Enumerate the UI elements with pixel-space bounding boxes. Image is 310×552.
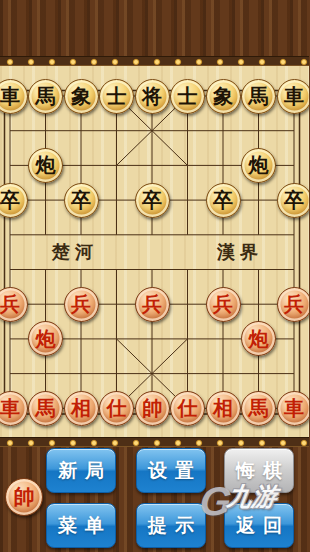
piece-black-r0c8[interactable]: 車 — [277, 79, 310, 114]
piece-red-r9c8[interactable]: 車 — [277, 391, 310, 426]
river-label-chu-he: 楚河 — [38, 238, 112, 266]
piece-black-r2c1[interactable]: 炮 — [28, 148, 63, 183]
piece-red-r9c4[interactable]: 帥 — [135, 391, 170, 426]
piece-black-r0c1[interactable]: 馬 — [28, 79, 63, 114]
piece-black-r3c6[interactable]: 卒 — [206, 183, 241, 218]
hint-button[interactable]: 提示 — [136, 503, 206, 548]
piece-red-r9c1[interactable]: 馬 — [28, 391, 63, 426]
piece-red-r9c7[interactable]: 馬 — [241, 391, 276, 426]
piece-red-r6c8[interactable]: 兵 — [277, 287, 310, 322]
xiangqi-app: { "game": "xiangqi (Chinese Chess)", "po… — [0, 0, 309, 552]
piece-black-r3c8[interactable]: 卒 — [277, 183, 310, 218]
stud-strip-bottom — [0, 437, 309, 447]
stud-strip-top — [0, 56, 309, 66]
piece-black-r0c6[interactable]: 象 — [206, 79, 241, 114]
piece-red-r6c4[interactable]: 兵 — [135, 287, 170, 322]
piece-black-r3c4[interactable]: 卒 — [135, 183, 170, 218]
piece-black-r0c4[interactable]: 将 — [135, 79, 170, 114]
piece-black-r0c5[interactable]: 士 — [170, 79, 205, 114]
piece-black-r0c7[interactable]: 馬 — [241, 79, 276, 114]
piece-black-r2c7[interactable]: 炮 — [241, 148, 276, 183]
piece-black-r0c0[interactable]: 車 — [0, 79, 28, 114]
piece-black-r3c0[interactable]: 卒 — [0, 183, 28, 218]
piece-red-r6c6[interactable]: 兵 — [206, 287, 241, 322]
back-button[interactable]: 返回 — [224, 503, 294, 548]
piece-red-r9c2[interactable]: 相 — [64, 391, 99, 426]
xiangqi-board[interactable]: 楚河 漢界 車馬象士将士象馬車炮炮卒卒卒卒卒兵兵兵兵兵炮炮車馬相仕帥仕相馬車 — [0, 66, 309, 437]
menu-button[interactable]: 菜单 — [46, 503, 116, 548]
piece-black-r0c3[interactable]: 士 — [99, 79, 134, 114]
settings-button[interactable]: 设置 — [136, 448, 206, 493]
turn-indicator-piece: 帥 — [5, 478, 43, 516]
piece-black-r3c2[interactable]: 卒 — [64, 183, 99, 218]
river-label-han-jie: 漢界 — [203, 238, 277, 266]
piece-black-r0c2[interactable]: 象 — [64, 79, 99, 114]
piece-red-r9c3[interactable]: 仕 — [99, 391, 134, 426]
piece-red-r9c5[interactable]: 仕 — [170, 391, 205, 426]
piece-red-r9c6[interactable]: 相 — [206, 391, 241, 426]
new-game-button[interactable]: 新局 — [46, 448, 116, 493]
piece-red-r6c2[interactable]: 兵 — [64, 287, 99, 322]
undo-button[interactable]: 悔棋 — [224, 448, 294, 493]
